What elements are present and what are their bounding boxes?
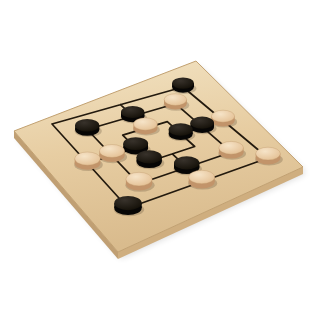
piece-top-face [75,119,99,132]
piece-top-face [121,106,144,118]
piece-top-face [172,77,194,88]
piece-white-a4[interactable] [74,152,103,171]
piece-top-face [114,196,141,210]
piece-top-face [256,147,281,160]
piece-top-face [169,123,193,135]
piece-top-face [190,117,214,129]
piece-white-b2[interactable] [125,172,154,192]
piece-top-face [164,94,187,106]
point-d3[interactable] [167,149,177,159]
morris-board [0,0,320,320]
piece-top-face [174,156,199,169]
piece-top-face [123,137,148,150]
piece-top-face [134,118,158,130]
piece-top-face [211,110,234,122]
piece-top-face [137,150,162,163]
piece-white-b4[interactable] [99,145,127,164]
piece-top-face [75,152,101,165]
point-e5[interactable] [162,117,172,127]
piece-top-face [99,145,124,158]
point-c5[interactable] [118,130,128,140]
piece-top-face [189,170,215,183]
piece-white-d1[interactable] [188,170,217,189]
point-a7[interactable] [47,119,57,129]
piece-top-face [219,141,244,154]
point-e3[interactable] [190,142,200,152]
product-photo-canvas [0,0,320,320]
piece-top-face [126,172,152,186]
